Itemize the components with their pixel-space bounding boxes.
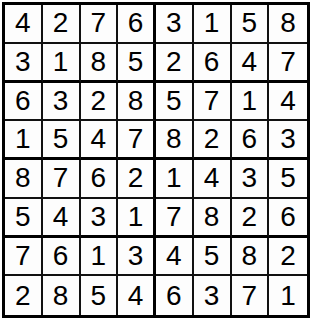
cell-r3c7[interactable]: 1 [232,83,270,122]
cell-r3c2[interactable]: 3 [43,83,81,122]
cell-r6c2[interactable]: 4 [43,199,81,238]
cell-r3c1[interactable]: 6 [5,83,43,122]
cell-r5c8[interactable]: 5 [269,160,307,199]
cell-r3c6[interactable]: 7 [194,83,232,122]
cell-r4c3[interactable]: 4 [81,121,119,160]
cell-r5c5[interactable]: 1 [156,160,194,199]
cell-r7c8[interactable]: 2 [269,238,307,277]
cell-r4c6[interactable]: 2 [194,121,232,160]
cell-r7c7[interactable]: 8 [232,238,270,277]
cell-r4c1[interactable]: 1 [5,121,43,160]
cell-r6c8[interactable]: 6 [269,199,307,238]
cell-r8c2[interactable]: 8 [43,276,81,315]
cell-r7c2[interactable]: 6 [43,238,81,277]
cell-r2c2[interactable]: 1 [43,44,81,83]
cell-r1c6[interactable]: 1 [194,5,232,44]
cell-r2c3[interactable]: 8 [81,44,119,83]
cell-r3c4[interactable]: 8 [118,83,156,122]
cell-r1c5[interactable]: 3 [156,5,194,44]
cell-r5c6[interactable]: 4 [194,160,232,199]
sudoku-board: 4276315831852647632857141547826387621435… [2,2,310,318]
cell-r5c7[interactable]: 3 [232,160,270,199]
cell-r5c1[interactable]: 8 [5,160,43,199]
cell-r5c3[interactable]: 6 [81,160,119,199]
cell-r1c1[interactable]: 4 [5,5,43,44]
cell-r7c5[interactable]: 4 [156,238,194,277]
cell-r8c3[interactable]: 5 [81,276,119,315]
cell-r6c4[interactable]: 1 [118,199,156,238]
cell-r6c1[interactable]: 5 [5,199,43,238]
cell-r4c8[interactable]: 3 [269,121,307,160]
cell-r5c2[interactable]: 7 [43,160,81,199]
cell-r7c1[interactable]: 7 [5,238,43,277]
cell-r2c5[interactable]: 2 [156,44,194,83]
cell-r7c3[interactable]: 1 [81,238,119,277]
cell-r2c8[interactable]: 7 [269,44,307,83]
cell-r8c6[interactable]: 3 [194,276,232,315]
cell-r6c7[interactable]: 2 [232,199,270,238]
cell-r8c5[interactable]: 6 [156,276,194,315]
cell-r6c6[interactable]: 8 [194,199,232,238]
cell-r7c6[interactable]: 5 [194,238,232,277]
cell-r8c8[interactable]: 1 [269,276,307,315]
cell-r2c4[interactable]: 5 [118,44,156,83]
cell-r8c1[interactable]: 2 [5,276,43,315]
cell-r4c7[interactable]: 6 [232,121,270,160]
cell-r6c3[interactable]: 3 [81,199,119,238]
cell-r1c7[interactable]: 5 [232,5,270,44]
cell-r4c4[interactable]: 7 [118,121,156,160]
cell-r3c5[interactable]: 5 [156,83,194,122]
cell-r2c6[interactable]: 6 [194,44,232,83]
cell-r1c3[interactable]: 7 [81,5,119,44]
cell-r2c1[interactable]: 3 [5,44,43,83]
cell-r8c7[interactable]: 7 [232,276,270,315]
cell-r3c8[interactable]: 4 [269,83,307,122]
cell-r1c8[interactable]: 8 [269,5,307,44]
cell-r7c4[interactable]: 3 [118,238,156,277]
cell-r3c3[interactable]: 2 [81,83,119,122]
cell-r8c4[interactable]: 4 [118,276,156,315]
cell-r1c2[interactable]: 2 [43,5,81,44]
cell-r4c2[interactable]: 5 [43,121,81,160]
cell-r1c4[interactable]: 6 [118,5,156,44]
cell-r4c5[interactable]: 8 [156,121,194,160]
cell-r6c5[interactable]: 7 [156,199,194,238]
cell-r5c4[interactable]: 2 [118,160,156,199]
cell-r2c7[interactable]: 4 [232,44,270,83]
